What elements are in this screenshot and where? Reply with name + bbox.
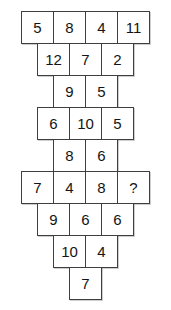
- puzzle-cell: 7: [69, 267, 102, 300]
- puzzle-cell: 4: [85, 235, 118, 268]
- puzzle-cell: 8: [85, 171, 118, 204]
- puzzle-cell: 2: [101, 43, 134, 76]
- puzzle-cell: 8: [53, 11, 86, 44]
- puzzle-cell: 12: [37, 43, 70, 76]
- puzzle-cell-unknown[interactable]: ?: [117, 171, 150, 204]
- puzzle-cell: 7: [21, 171, 54, 204]
- pyramid-row: 86: [53, 139, 118, 172]
- puzzle-cell: 4: [53, 171, 86, 204]
- pyramid-row: 104: [53, 235, 118, 268]
- puzzle-cell: 11: [117, 11, 150, 44]
- pyramid-row: 95: [53, 75, 118, 108]
- puzzle-cell: 6: [85, 139, 118, 172]
- pyramid-row: 6105: [37, 107, 134, 140]
- puzzle-cell: 9: [37, 203, 70, 236]
- puzzle-cell: 4: [85, 11, 118, 44]
- pyramid-row: 7: [69, 267, 102, 300]
- puzzle-cell: 6: [37, 107, 70, 140]
- puzzle-cell: 10: [53, 235, 86, 268]
- puzzle-cell: 8: [53, 139, 86, 172]
- pyramid-row: 58411: [21, 11, 150, 44]
- puzzle-cell: 9: [53, 75, 86, 108]
- pyramid-row: 1272: [37, 43, 134, 76]
- puzzle-cell: 6: [69, 203, 102, 236]
- puzzle-cell: 6: [101, 203, 134, 236]
- puzzle-cell: 5: [21, 11, 54, 44]
- puzzle-cell: 5: [85, 75, 118, 108]
- puzzle-cell: 10: [69, 107, 102, 140]
- pyramid-row: 966: [37, 203, 134, 236]
- puzzle-cell: 7: [69, 43, 102, 76]
- number-pyramid-board: 58411127295610586748?9661047: [0, 0, 171, 300]
- puzzle-cell: 5: [101, 107, 134, 140]
- pyramid-row: 748?: [21, 171, 150, 204]
